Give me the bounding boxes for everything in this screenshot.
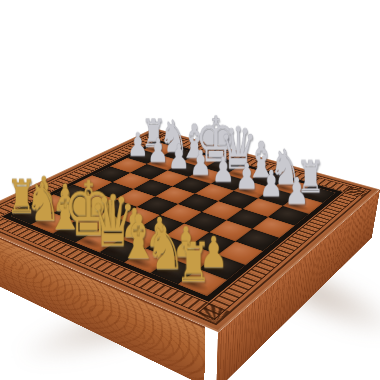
white-pawn-glyph: ♟: [127, 129, 148, 161]
white-pawn-glyph: ♟: [147, 134, 169, 166]
white-pawn-glyph: ♟: [211, 153, 234, 187]
white-pawn-glyph: ♟: [168, 140, 190, 173]
white-pawn-glyph: ♟: [284, 173, 308, 210]
black-rook-glyph: ♜: [175, 235, 211, 289]
corner-palmette-ornament: [345, 185, 371, 197]
white-pawn-glyph: ♟: [189, 146, 211, 180]
scene-3d: ♜♞♝♚♛♝♞♜♟♟♟♟♟♟♟♟♟♟♟♟♟♟♟♟♜♞♝♚♛♝♞♜: [0, 0, 380, 380]
white-pawn-glyph: ♟: [235, 159, 258, 194]
chess-case-box: ♜♞♝♚♛♝♞♜♟♟♟♟♟♟♟♟♟♟♟♟♟♟♟♟♜♞♝♚♛♝♞♜: [0, 128, 380, 332]
chess-set-product-photo: ♜♞♝♚♛♝♞♜♟♟♟♟♟♟♟♟♟♟♟♟♟♟♟♟♜♞♝♚♛♝♞♜: [0, 0, 380, 380]
white-pawn-glyph: ♟: [259, 166, 283, 202]
